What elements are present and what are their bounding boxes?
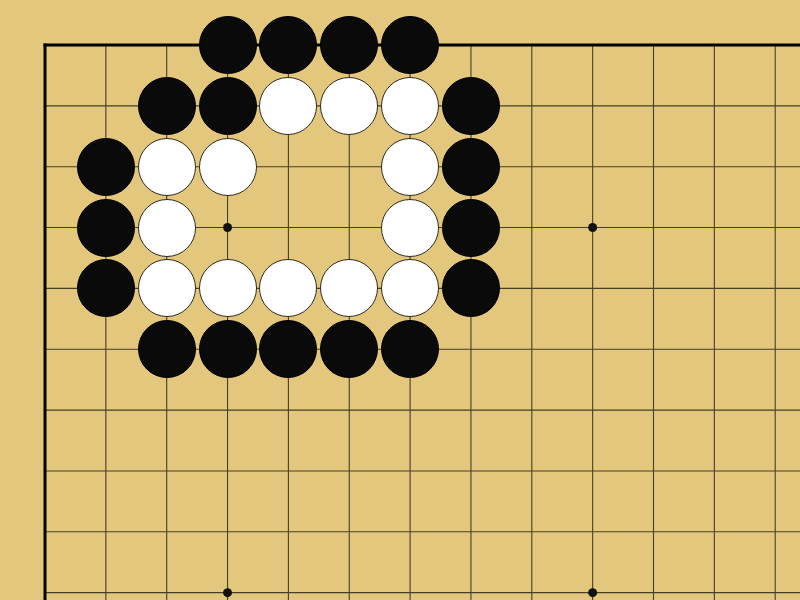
- intersection[interactable]: [684, 440, 745, 501]
- intersection[interactable]: [745, 562, 800, 600]
- stone-black[interactable]: [320, 16, 378, 74]
- intersection[interactable]: [501, 75, 562, 136]
- intersection[interactable]: [380, 15, 441, 76]
- stone-black[interactable]: [320, 320, 378, 378]
- go-board[interactable]: [0, 0, 800, 600]
- intersection[interactable]: [197, 380, 258, 441]
- stone-black[interactable]: [199, 77, 257, 135]
- intersection[interactable]: [562, 15, 623, 76]
- intersection[interactable]: [623, 440, 684, 501]
- intersection[interactable]: [684, 15, 745, 76]
- intersection[interactable]: [136, 15, 197, 76]
- intersection[interactable]: [684, 380, 745, 441]
- intersection[interactable]: [319, 75, 380, 136]
- intersection[interactable]: [501, 197, 562, 258]
- intersection[interactable]: [319, 440, 380, 501]
- intersection[interactable]: [258, 562, 319, 600]
- intersection[interactable]: [258, 440, 319, 501]
- intersection[interactable]: [258, 136, 319, 197]
- stone-black[interactable]: [442, 138, 500, 196]
- intersection[interactable]: [319, 380, 380, 441]
- intersection[interactable]: [745, 380, 800, 441]
- intersection[interactable]: [197, 319, 258, 380]
- stone-white[interactable]: [259, 259, 317, 317]
- intersection[interactable]: [440, 136, 501, 197]
- intersection[interactable]: [380, 258, 441, 319]
- intersection[interactable]: [440, 258, 501, 319]
- intersection[interactable]: [15, 197, 76, 258]
- intersection[interactable]: [562, 562, 623, 600]
- stone-black[interactable]: [442, 259, 500, 317]
- intersection[interactable]: [319, 15, 380, 76]
- stone-white[interactable]: [381, 77, 439, 135]
- stone-white[interactable]: [320, 77, 378, 135]
- intersection[interactable]: [684, 319, 745, 380]
- intersection[interactable]: [380, 136, 441, 197]
- intersection[interactable]: [197, 501, 258, 562]
- intersection[interactable]: [15, 258, 76, 319]
- stone-black[interactable]: [199, 320, 257, 378]
- intersection[interactable]: [501, 15, 562, 76]
- intersection[interactable]: [380, 319, 441, 380]
- stone-black[interactable]: [138, 320, 196, 378]
- intersection[interactable]: [75, 15, 136, 76]
- intersection[interactable]: [15, 562, 76, 600]
- stone-black[interactable]: [442, 77, 500, 135]
- stone-white[interactable]: [259, 77, 317, 135]
- intersection[interactable]: [136, 319, 197, 380]
- intersection[interactable]: [562, 319, 623, 380]
- intersection[interactable]: [562, 380, 623, 441]
- intersection[interactable]: [440, 75, 501, 136]
- intersection[interactable]: [623, 501, 684, 562]
- intersection[interactable]: [440, 501, 501, 562]
- intersection[interactable]: [440, 197, 501, 258]
- intersection[interactable]: [75, 380, 136, 441]
- intersection[interactable]: [319, 319, 380, 380]
- intersection[interactable]: [258, 197, 319, 258]
- intersection[interactable]: [501, 440, 562, 501]
- intersection[interactable]: [380, 197, 441, 258]
- intersection[interactable]: [75, 440, 136, 501]
- intersection[interactable]: [136, 562, 197, 600]
- intersection[interactable]: [562, 501, 623, 562]
- intersection[interactable]: [684, 562, 745, 600]
- intersection[interactable]: [136, 75, 197, 136]
- intersection[interactable]: [75, 75, 136, 136]
- intersection[interactable]: [319, 501, 380, 562]
- intersection[interactable]: [501, 380, 562, 441]
- intersection[interactable]: [15, 440, 76, 501]
- intersection[interactable]: [197, 75, 258, 136]
- stone-black[interactable]: [381, 320, 439, 378]
- stone-white[interactable]: [381, 138, 439, 196]
- intersection[interactable]: [380, 562, 441, 600]
- intersection[interactable]: [380, 440, 441, 501]
- intersection[interactable]: [501, 319, 562, 380]
- intersection[interactable]: [745, 501, 800, 562]
- intersection[interactable]: [562, 258, 623, 319]
- intersection[interactable]: [258, 15, 319, 76]
- stone-white[interactable]: [199, 259, 257, 317]
- stone-layer: [15, 15, 800, 600]
- intersection[interactable]: [562, 75, 623, 136]
- intersection[interactable]: [501, 136, 562, 197]
- stone-white[interactable]: [138, 138, 196, 196]
- intersection[interactable]: [623, 136, 684, 197]
- intersection[interactable]: [75, 258, 136, 319]
- intersection[interactable]: [258, 501, 319, 562]
- intersection[interactable]: [197, 258, 258, 319]
- stone-white[interactable]: [138, 199, 196, 257]
- intersection[interactable]: [562, 136, 623, 197]
- intersection[interactable]: [258, 319, 319, 380]
- intersection[interactable]: [136, 440, 197, 501]
- intersection[interactable]: [197, 562, 258, 600]
- intersection[interactable]: [440, 319, 501, 380]
- intersection[interactable]: [136, 258, 197, 319]
- intersection[interactable]: [197, 136, 258, 197]
- stone-black[interactable]: [77, 259, 135, 317]
- intersection[interactable]: [75, 136, 136, 197]
- intersection[interactable]: [623, 258, 684, 319]
- intersection[interactable]: [380, 380, 441, 441]
- intersection[interactable]: [684, 136, 745, 197]
- intersection[interactable]: [623, 197, 684, 258]
- stone-black[interactable]: [77, 138, 135, 196]
- intersection[interactable]: [75, 501, 136, 562]
- intersection[interactable]: [440, 380, 501, 441]
- intersection[interactable]: [562, 440, 623, 501]
- intersection[interactable]: [501, 562, 562, 600]
- intersection[interactable]: [258, 380, 319, 441]
- stone-white[interactable]: [381, 199, 439, 257]
- intersection[interactable]: [319, 136, 380, 197]
- intersection[interactable]: [745, 258, 800, 319]
- intersection[interactable]: [197, 15, 258, 76]
- intersection[interactable]: [258, 75, 319, 136]
- stone-white[interactable]: [199, 138, 257, 196]
- intersection[interactable]: [319, 258, 380, 319]
- intersection[interactable]: [75, 197, 136, 258]
- intersection[interactable]: [136, 136, 197, 197]
- intersection[interactable]: [684, 501, 745, 562]
- intersection[interactable]: [684, 75, 745, 136]
- intersection[interactable]: [380, 501, 441, 562]
- intersection[interactable]: [745, 440, 800, 501]
- intersection[interactable]: [440, 440, 501, 501]
- intersection[interactable]: [745, 136, 800, 197]
- stone-black[interactable]: [381, 16, 439, 74]
- stone-white[interactable]: [320, 259, 378, 317]
- intersection[interactable]: [623, 15, 684, 76]
- intersection[interactable]: [623, 380, 684, 441]
- intersection[interactable]: [136, 501, 197, 562]
- stone-black[interactable]: [259, 320, 317, 378]
- intersection[interactable]: [440, 562, 501, 600]
- intersection[interactable]: [440, 15, 501, 76]
- intersection[interactable]: [745, 75, 800, 136]
- intersection[interactable]: [15, 15, 76, 76]
- intersection[interactable]: [15, 319, 76, 380]
- intersection[interactable]: [319, 197, 380, 258]
- intersection[interactable]: [501, 258, 562, 319]
- stone-white[interactable]: [138, 259, 196, 317]
- intersection[interactable]: [136, 197, 197, 258]
- intersection[interactable]: [623, 75, 684, 136]
- intersection[interactable]: [15, 501, 76, 562]
- intersection[interactable]: [684, 197, 745, 258]
- stone-black[interactable]: [259, 16, 317, 74]
- intersection[interactable]: [319, 562, 380, 600]
- intersection[interactable]: [15, 136, 76, 197]
- intersection[interactable]: [75, 562, 136, 600]
- intersection[interactable]: [745, 197, 800, 258]
- intersection[interactable]: [623, 319, 684, 380]
- intersection[interactable]: [623, 562, 684, 600]
- stone-black[interactable]: [199, 16, 257, 74]
- intersection[interactable]: [684, 258, 745, 319]
- intersection[interactable]: [136, 380, 197, 441]
- intersection[interactable]: [745, 319, 800, 380]
- stone-black[interactable]: [138, 77, 196, 135]
- intersection[interactable]: [562, 197, 623, 258]
- intersection[interactable]: [15, 75, 76, 136]
- intersection[interactable]: [745, 15, 800, 76]
- intersection[interactable]: [258, 258, 319, 319]
- intersection[interactable]: [380, 75, 441, 136]
- intersection[interactable]: [15, 380, 76, 441]
- stone-black[interactable]: [442, 199, 500, 257]
- intersection[interactable]: [501, 501, 562, 562]
- stone-white[interactable]: [381, 259, 439, 317]
- intersection[interactable]: [75, 319, 136, 380]
- intersection[interactable]: [197, 440, 258, 501]
- stone-black[interactable]: [77, 199, 135, 257]
- intersection[interactable]: [197, 197, 258, 258]
